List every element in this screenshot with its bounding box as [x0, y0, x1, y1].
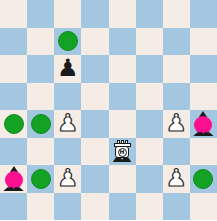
square-b5[interactable]: [27, 83, 54, 111]
square-h7[interactable]: [190, 28, 217, 56]
square-d3[interactable]: [81, 138, 108, 166]
pink-pawn[interactable]: [3, 166, 24, 191]
square-a8[interactable]: [0, 0, 27, 28]
square-b8[interactable]: [27, 0, 54, 28]
square-f1[interactable]: [136, 193, 163, 221]
square-b3[interactable]: [27, 138, 54, 166]
square-c7[interactable]: [54, 28, 81, 56]
white-pawn[interactable]: ♟: [57, 111, 79, 135]
square-f4[interactable]: [136, 110, 163, 138]
square-g2[interactable]: ♟: [163, 165, 190, 193]
square-e1[interactable]: [109, 193, 136, 221]
square-f5[interactable]: [136, 83, 163, 111]
square-g5[interactable]: [163, 83, 190, 111]
square-c5[interactable]: [54, 83, 81, 111]
square-d2[interactable]: [81, 165, 108, 193]
square-g1[interactable]: [163, 193, 190, 221]
green-dot: [193, 169, 213, 189]
green-dot: [58, 31, 78, 51]
square-f7[interactable]: [136, 28, 163, 56]
black-pawn[interactable]: ♟: [57, 56, 79, 80]
square-a6[interactable]: [0, 55, 27, 83]
square-e6[interactable]: [109, 55, 136, 83]
green-dot: [31, 169, 51, 189]
green-dot: [4, 114, 24, 134]
white-pawn[interactable]: ♟: [166, 166, 188, 190]
white-pawn[interactable]: ♟: [166, 111, 188, 135]
hero-emblem-ring: H: [118, 148, 127, 157]
square-e2[interactable]: [109, 165, 136, 193]
square-a5[interactable]: [0, 83, 27, 111]
square-d6[interactable]: [81, 55, 108, 83]
pink-pawn-ball: [5, 171, 23, 189]
square-h3[interactable]: [190, 138, 217, 166]
square-h8[interactable]: [190, 0, 217, 28]
square-f8[interactable]: [136, 0, 163, 28]
square-c1[interactable]: [54, 193, 81, 221]
square-f3[interactable]: [136, 138, 163, 166]
square-h2[interactable]: [190, 165, 217, 193]
square-e8[interactable]: [109, 0, 136, 28]
pink-pawn[interactable]: [193, 111, 214, 136]
pink-pawn-ball: [194, 116, 212, 134]
square-b1[interactable]: [27, 193, 54, 221]
square-f2[interactable]: [136, 165, 163, 193]
square-g8[interactable]: [163, 0, 190, 28]
square-b4[interactable]: [27, 110, 54, 138]
square-g7[interactable]: [163, 28, 190, 56]
square-a2[interactable]: [0, 165, 27, 193]
hero-torso: H: [115, 146, 129, 158]
square-h4[interactable]: [190, 110, 217, 138]
square-g6[interactable]: [163, 55, 190, 83]
green-dot: [31, 114, 51, 134]
square-c2[interactable]: ♟: [54, 165, 81, 193]
square-f6[interactable]: [136, 55, 163, 83]
square-a3[interactable]: [0, 138, 27, 166]
game-window: ♟♟♟H♟♟: [0, 0, 217, 220]
square-g3[interactable]: [163, 138, 190, 166]
square-b2[interactable]: [27, 165, 54, 193]
square-e4[interactable]: [109, 110, 136, 138]
square-h1[interactable]: [190, 193, 217, 221]
square-h5[interactable]: [190, 83, 217, 111]
hero-piece[interactable]: H: [113, 140, 132, 162]
white-pawn[interactable]: ♟: [57, 166, 79, 190]
square-c4[interactable]: ♟: [54, 110, 81, 138]
square-d7[interactable]: [81, 28, 108, 56]
square-a4[interactable]: [0, 110, 27, 138]
square-d1[interactable]: [81, 193, 108, 221]
square-b7[interactable]: [27, 28, 54, 56]
square-d4[interactable]: [81, 110, 108, 138]
square-e7[interactable]: [109, 28, 136, 56]
square-c8[interactable]: [54, 0, 81, 28]
square-c3[interactable]: [54, 138, 81, 166]
board: ♟♟♟H♟♟: [0, 0, 217, 220]
square-a1[interactable]: [0, 193, 27, 221]
square-c6[interactable]: ♟: [54, 55, 81, 83]
square-h6[interactable]: [190, 55, 217, 83]
square-d8[interactable]: [81, 0, 108, 28]
square-a7[interactable]: [0, 28, 27, 56]
square-d5[interactable]: [81, 83, 108, 111]
square-g4[interactable]: ♟: [163, 110, 190, 138]
square-e3[interactable]: H: [109, 138, 136, 166]
square-e5[interactable]: [109, 83, 136, 111]
square-b6[interactable]: [27, 55, 54, 83]
